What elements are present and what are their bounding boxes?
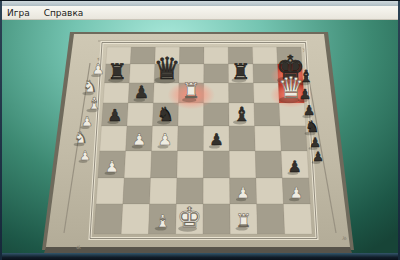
square-f4[interactable]: [229, 126, 255, 151]
square-g5[interactable]: [254, 103, 280, 126]
square-d3[interactable]: [177, 151, 203, 178]
square-g4[interactable]: [255, 126, 282, 151]
square-e8[interactable]: [204, 47, 229, 64]
chess-titans-window: Игра Справка »»»»♟♜♛♜♚♝♞♟♜♛♟♝♟♟♞♝♟♞♞♟♟♟♟…: [0, 0, 400, 260]
square-f6[interactable]: [229, 83, 254, 103]
square-e3[interactable]: [203, 151, 229, 178]
square-h1[interactable]: [283, 204, 312, 234]
piece-black-r-f7[interactable]: ♜: [231, 59, 250, 84]
piece-white-k-d1[interactable]: ♚: [177, 201, 202, 234]
square-f3[interactable]: [229, 151, 256, 178]
chess-board[interactable]: »»»»♟♜♛♜♚♝♞♟♜♛♟♝♟♟♞♝♟♞♞♟♟♟♟♟♟♟♟♟♟♝♚♜: [0, 1, 400, 260]
piece-white-r-d6[interactable]: ♜: [182, 78, 201, 103]
square-g2[interactable]: [256, 178, 283, 204]
square-b7[interactable]: [129, 64, 155, 83]
piece-black-p-h3[interactable]: ♟: [288, 158, 302, 176]
captured-white-pawn: ♟: [81, 114, 93, 129]
menu-bar: Игра Справка: [0, 6, 400, 20]
piece-black-p-a5[interactable]: ♟: [108, 106, 123, 125]
square-d8[interactable]: [179, 47, 204, 64]
square-e1[interactable]: [203, 204, 230, 234]
square-d2[interactable]: [176, 178, 203, 204]
menu-help[interactable]: Справка: [37, 8, 91, 18]
piece-white-p-c4[interactable]: ♟: [158, 130, 172, 149]
piece-black-b-f5[interactable]: ♝: [233, 103, 251, 126]
piece-white-p-a3[interactable]: ♟: [105, 158, 119, 176]
captured-black-pawn: ♟: [303, 102, 315, 118]
square-e5[interactable]: [204, 103, 230, 126]
captured-black-pawn: ♟: [299, 86, 311, 102]
square-g8[interactable]: [253, 47, 278, 64]
captured-white-bishop: ♝: [87, 94, 102, 113]
captured-white-knight: ♞: [74, 128, 88, 147]
piece-black-r-a7[interactable]: ♜: [108, 59, 127, 84]
square-g3[interactable]: [255, 151, 282, 178]
menu-game[interactable]: Игра: [0, 8, 37, 18]
square-a2[interactable]: [96, 178, 124, 204]
square-a1[interactable]: [94, 204, 123, 234]
piece-black-p-e4[interactable]: ♟: [209, 130, 223, 149]
captured-black-pawn: ♟: [309, 135, 321, 150]
square-a4[interactable]: [100, 126, 127, 151]
square-b3[interactable]: [124, 151, 151, 178]
piece-white-r-f1[interactable]: ♜: [235, 210, 251, 231]
square-a6[interactable]: [103, 83, 129, 103]
square-h4[interactable]: [280, 126, 307, 151]
window-bottom-border: [0, 253, 400, 260]
square-e7[interactable]: [204, 64, 229, 83]
captured-black-pawn: ♟: [312, 149, 324, 164]
piece-white-p-f2[interactable]: ♟: [236, 184, 250, 202]
piece-white-p-h2[interactable]: ♟: [289, 184, 303, 202]
piece-white-p-b4[interactable]: ♟: [132, 130, 146, 149]
square-b8[interactable]: [130, 47, 155, 64]
piece-black-p-b6[interactable]: ♟: [134, 82, 149, 102]
square-b5[interactable]: [127, 103, 153, 126]
captured-white-pawn: ♟: [92, 61, 105, 77]
square-c2[interactable]: [150, 178, 177, 204]
square-d4[interactable]: [178, 126, 204, 151]
square-b2[interactable]: [123, 178, 151, 204]
square-b1[interactable]: [121, 204, 149, 234]
square-g1[interactable]: [257, 204, 285, 234]
square-c3[interactable]: [151, 151, 178, 178]
window-left-border: [0, 1, 2, 260]
piece-black-q-c7[interactable]: ♛: [153, 51, 180, 86]
captured-black-knight: ♞: [305, 117, 319, 136]
piece-black-n-c5[interactable]: ♞: [157, 103, 175, 126]
captured-white-pawn: ♟: [79, 148, 91, 163]
piece-white-b-c1[interactable]: ♝: [155, 211, 171, 231]
square-e2[interactable]: [203, 178, 230, 204]
